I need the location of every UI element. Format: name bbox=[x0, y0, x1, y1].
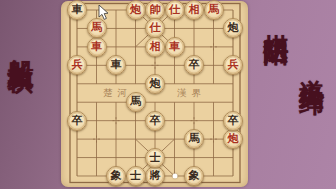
xiangqi-piece-black[interactable]: 炮 bbox=[223, 18, 243, 38]
right-title-primary: 棋法阴阳 bbox=[263, 14, 288, 26]
xiangqi-piece-red[interactable]: 馬 bbox=[204, 0, 224, 20]
xiangqi-piece-red[interactable]: 帥 bbox=[145, 0, 165, 20]
xiangqi-piece-black[interactable]: 馬 bbox=[126, 92, 146, 112]
xiangqi-piece-black[interactable]: 炮 bbox=[145, 74, 165, 94]
xiangqi-piece-black[interactable]: 將 bbox=[145, 166, 165, 186]
xiangqi-piece-black[interactable]: 卒 bbox=[145, 111, 165, 131]
video-frame: 船长象棋 楚河 漢界 車車馬馬炮炮兵兵帥仕仕相相車車馬馬炮炮卒卒卒卒將士士象象 … bbox=[0, 0, 336, 189]
xiangqi-piece-red[interactable]: 兵 bbox=[223, 55, 243, 75]
xiangqi-piece-red[interactable]: 相 bbox=[145, 37, 165, 57]
xiangqi-piece-black[interactable]: 車 bbox=[106, 55, 126, 75]
xiangqi-piece-red[interactable]: 仕 bbox=[145, 18, 165, 38]
xiangqi-piece-black[interactable]: 士 bbox=[126, 166, 146, 186]
xiangqi-piece-red[interactable]: 兵 bbox=[67, 55, 87, 75]
xiangqi-piece-black[interactable]: 馬 bbox=[184, 129, 204, 149]
river-label-han: 漢界 bbox=[177, 87, 206, 100]
xiangqi-piece-black[interactable]: 卒 bbox=[67, 111, 87, 131]
right-title-secondary: 道为经纬 bbox=[299, 60, 324, 72]
xiangqi-piece-red[interactable]: 馬 bbox=[87, 18, 107, 38]
xiangqi-piece-red[interactable]: 相 bbox=[184, 0, 204, 20]
xiangqi-piece-black[interactable]: 象 bbox=[184, 166, 204, 186]
xiangqi-piece-red[interactable]: 仕 bbox=[165, 0, 185, 20]
xiangqi-piece-black[interactable]: 車 bbox=[67, 0, 87, 20]
last-move-dot bbox=[172, 173, 177, 178]
xiangqi-piece-black[interactable]: 象 bbox=[106, 166, 126, 186]
board-grid bbox=[0, 0, 336, 189]
xiangqi-piece-black[interactable]: 卒 bbox=[184, 55, 204, 75]
mouse-cursor-icon bbox=[98, 5, 110, 21]
xiangqi-piece-black[interactable]: 卒 bbox=[223, 111, 243, 131]
xiangqi-piece-red[interactable]: 車 bbox=[165, 37, 185, 57]
xiangqi-piece-red[interactable]: 炮 bbox=[126, 0, 146, 20]
xiangqi-piece-black[interactable]: 士 bbox=[145, 148, 165, 168]
xiangqi-piece-red[interactable]: 炮 bbox=[223, 129, 243, 149]
xiangqi-piece-red[interactable]: 車 bbox=[87, 37, 107, 57]
